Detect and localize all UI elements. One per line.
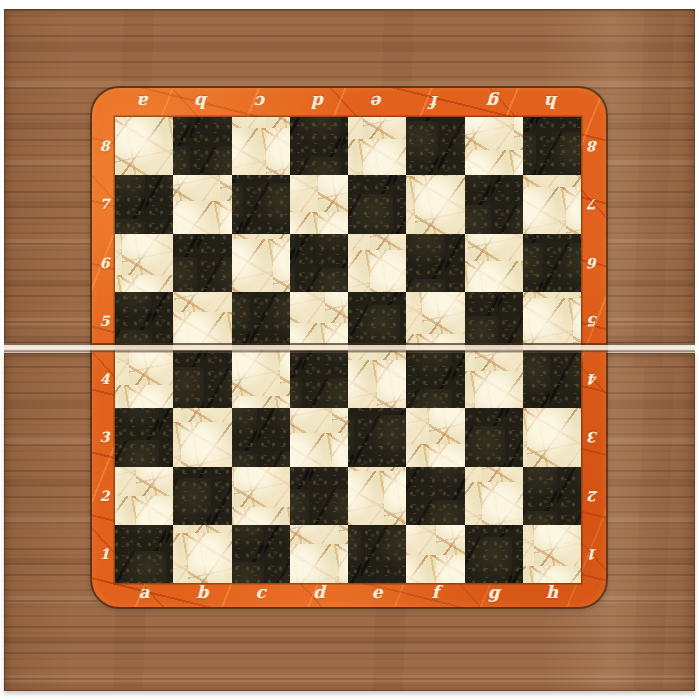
square-e3[interactable] [348, 408, 406, 466]
file-label-bottom-h: h [546, 582, 558, 602]
square-b6[interactable] [173, 234, 231, 292]
square-b7[interactable] [173, 175, 231, 233]
square-c6[interactable] [232, 234, 290, 292]
square-b4[interactable] [173, 350, 231, 408]
square-e7[interactable] [348, 175, 406, 233]
file-label-top-c: c [255, 92, 265, 112]
file-label-top-e: e [372, 92, 383, 112]
file-label-bottom-c: c [255, 582, 265, 602]
square-e4[interactable] [348, 350, 406, 408]
square-b2[interactable] [173, 467, 231, 525]
square-c3[interactable] [232, 408, 290, 466]
square-d7[interactable] [290, 175, 348, 233]
square-h7[interactable] [523, 175, 581, 233]
square-a6[interactable] [115, 234, 173, 292]
square-g8[interactable] [465, 117, 523, 175]
file-label-top-d: d [313, 92, 325, 112]
square-h2[interactable] [523, 467, 581, 525]
square-d5[interactable] [290, 292, 348, 350]
square-b3[interactable] [173, 408, 231, 466]
square-f6[interactable] [406, 234, 464, 292]
square-f1[interactable] [406, 525, 464, 583]
file-label-bottom-e: e [372, 582, 383, 602]
square-e2[interactable] [348, 467, 406, 525]
file-label-bottom-f: f [432, 582, 439, 602]
photo-background: aa88bb77cc66dd55ee44ff33gg22hh11 [0, 0, 699, 700]
square-d3[interactable] [290, 408, 348, 466]
square-b8[interactable] [173, 117, 231, 175]
rank-label-right-8: 8 [588, 138, 598, 154]
rank-label-left-3: 3 [100, 429, 110, 445]
square-h4[interactable] [523, 350, 581, 408]
file-label-top-g: g [488, 92, 500, 112]
file-label-bottom-d: d [313, 582, 325, 602]
square-g1[interactable] [465, 525, 523, 583]
rank-label-right-5: 5 [588, 313, 598, 329]
square-g5[interactable] [465, 292, 523, 350]
file-label-top-f: f [432, 92, 439, 112]
square-a4[interactable] [115, 350, 173, 408]
square-b5[interactable] [173, 292, 231, 350]
square-g6[interactable] [465, 234, 523, 292]
file-label-top-b: b [196, 92, 208, 112]
square-c4[interactable] [232, 350, 290, 408]
square-c5[interactable] [232, 292, 290, 350]
square-a5[interactable] [115, 292, 173, 350]
square-a8[interactable] [115, 117, 173, 175]
square-b1[interactable] [173, 525, 231, 583]
square-a1[interactable] [115, 525, 173, 583]
square-f3[interactable] [406, 408, 464, 466]
square-f8[interactable] [406, 117, 464, 175]
square-c7[interactable] [232, 175, 290, 233]
square-c2[interactable] [232, 467, 290, 525]
rank-label-left-2: 2 [100, 488, 110, 504]
square-g4[interactable] [465, 350, 523, 408]
square-e5[interactable] [348, 292, 406, 350]
file-label-bottom-b: b [196, 582, 208, 602]
square-f2[interactable] [406, 467, 464, 525]
file-label-bottom-g: g [488, 582, 500, 602]
rank-label-right-4: 4 [588, 371, 598, 387]
square-g7[interactable] [465, 175, 523, 233]
square-g2[interactable] [465, 467, 523, 525]
square-h5[interactable] [523, 292, 581, 350]
square-h1[interactable] [523, 525, 581, 583]
square-c1[interactable] [232, 525, 290, 583]
rank-label-left-7: 7 [100, 196, 110, 212]
file-label-top-a: a [139, 92, 150, 112]
square-a7[interactable] [115, 175, 173, 233]
fold-seam [4, 343, 695, 353]
rank-label-right-6: 6 [588, 255, 598, 271]
square-d4[interactable] [290, 350, 348, 408]
square-h6[interactable] [523, 234, 581, 292]
file-label-bottom-a: a [139, 582, 150, 602]
file-label-top-h: h [546, 92, 558, 112]
square-f7[interactable] [406, 175, 464, 233]
rank-label-right-3: 3 [588, 429, 598, 445]
rank-label-left-5: 5 [100, 313, 110, 329]
square-g3[interactable] [465, 408, 523, 466]
square-e1[interactable] [348, 525, 406, 583]
square-f5[interactable] [406, 292, 464, 350]
rank-label-left-4: 4 [100, 371, 110, 387]
square-d8[interactable] [290, 117, 348, 175]
rank-label-right-7: 7 [588, 196, 598, 212]
square-f4[interactable] [406, 350, 464, 408]
square-d2[interactable] [290, 467, 348, 525]
square-a3[interactable] [115, 408, 173, 466]
square-c8[interactable] [232, 117, 290, 175]
square-h3[interactable] [523, 408, 581, 466]
square-e8[interactable] [348, 117, 406, 175]
rank-label-left-8: 8 [100, 138, 110, 154]
rank-label-right-1: 1 [588, 546, 598, 562]
square-e6[interactable] [348, 234, 406, 292]
square-h8[interactable] [523, 117, 581, 175]
rank-label-right-2: 2 [588, 488, 598, 504]
square-d6[interactable] [290, 234, 348, 292]
square-a2[interactable] [115, 467, 173, 525]
rank-label-left-1: 1 [100, 546, 110, 562]
rank-label-left-6: 6 [100, 255, 110, 271]
square-d1[interactable] [290, 525, 348, 583]
